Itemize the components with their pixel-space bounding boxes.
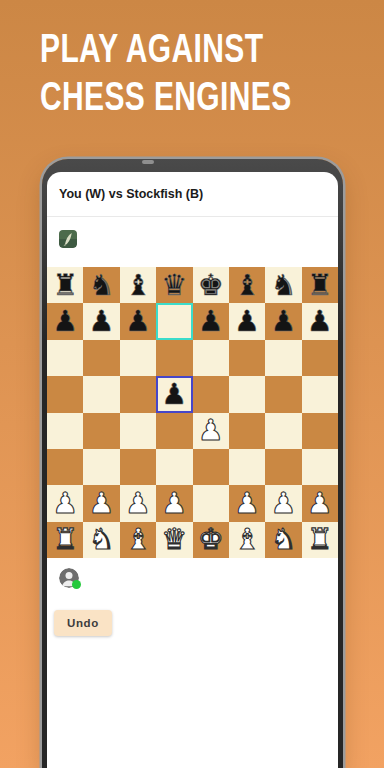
white-pawn[interactable]: ♟ — [52, 489, 78, 518]
square-f7[interactable]: ♟ — [229, 303, 265, 339]
square-b3[interactable] — [83, 449, 119, 485]
square-e6[interactable] — [193, 340, 229, 376]
square-h4[interactable] — [302, 413, 338, 449]
square-g4[interactable] — [265, 413, 301, 449]
square-h1[interactable]: ♜ — [302, 522, 338, 558]
square-b7[interactable]: ♟ — [83, 303, 119, 339]
square-b2[interactable]: ♟ — [83, 485, 119, 521]
square-e5[interactable] — [193, 376, 229, 412]
square-f1[interactable]: ♝ — [229, 522, 265, 558]
square-a4[interactable] — [47, 413, 83, 449]
white-knight[interactable]: ♞ — [270, 525, 296, 554]
black-rook[interactable]: ♜ — [307, 271, 333, 300]
square-d2[interactable]: ♟ — [156, 485, 192, 521]
square-a7[interactable]: ♟ — [47, 303, 83, 339]
promo-title-line1: PLAY AGAINST — [40, 24, 292, 72]
black-pawn[interactable]: ♟ — [52, 307, 78, 336]
white-pawn[interactable]: ♟ — [270, 489, 296, 518]
square-g8[interactable]: ♞ — [265, 267, 301, 303]
square-g7[interactable]: ♟ — [265, 303, 301, 339]
white-queen[interactable]: ♛ — [161, 525, 187, 554]
square-c6[interactable] — [120, 340, 156, 376]
black-pawn[interactable]: ♟ — [89, 307, 115, 336]
square-a6[interactable] — [47, 340, 83, 376]
black-queen[interactable]: ♛ — [161, 271, 187, 300]
square-b8[interactable]: ♞ — [83, 267, 119, 303]
white-bishop[interactable]: ♝ — [125, 525, 151, 554]
square-a2[interactable]: ♟ — [47, 485, 83, 521]
white-pawn[interactable]: ♟ — [89, 489, 115, 518]
square-b4[interactable] — [83, 413, 119, 449]
square-a8[interactable]: ♜ — [47, 267, 83, 303]
square-c4[interactable] — [120, 413, 156, 449]
game-title: You (W) vs Stockfish (B) — [47, 172, 338, 216]
square-d7[interactable] — [156, 303, 192, 339]
square-g3[interactable] — [265, 449, 301, 485]
white-rook[interactable]: ♜ — [307, 525, 333, 554]
square-h8[interactable]: ♜ — [302, 267, 338, 303]
square-g2[interactable]: ♟ — [265, 485, 301, 521]
white-bishop[interactable]: ♝ — [234, 525, 260, 554]
square-g5[interactable] — [265, 376, 301, 412]
square-h7[interactable]: ♟ — [302, 303, 338, 339]
black-pawn[interactable]: ♟ — [125, 307, 151, 336]
white-pawn[interactable]: ♟ — [125, 489, 151, 518]
square-e3[interactable] — [193, 449, 229, 485]
promo-title: PLAY AGAINSTCHESS ENGINES — [40, 24, 375, 120]
white-king[interactable]: ♚ — [198, 525, 224, 554]
square-b5[interactable] — [83, 376, 119, 412]
user-avatar — [59, 568, 79, 588]
black-pawn[interactable]: ♟ — [270, 307, 296, 336]
black-pawn[interactable]: ♟ — [234, 307, 260, 336]
black-knight[interactable]: ♞ — [89, 271, 115, 300]
square-e2[interactable] — [193, 485, 229, 521]
square-f4[interactable] — [229, 413, 265, 449]
white-pawn[interactable]: ♟ — [198, 416, 224, 445]
phone-speaker — [142, 160, 154, 164]
square-f8[interactable]: ♝ — [229, 267, 265, 303]
square-e7[interactable]: ♟ — [193, 303, 229, 339]
square-a3[interactable] — [47, 449, 83, 485]
black-knight[interactable]: ♞ — [270, 271, 296, 300]
square-f3[interactable] — [229, 449, 265, 485]
square-e4[interactable]: ♟ — [193, 413, 229, 449]
black-bishop[interactable]: ♝ — [234, 271, 260, 300]
black-king[interactable]: ♚ — [198, 271, 224, 300]
white-pawn[interactable]: ♟ — [307, 489, 333, 518]
black-bishop[interactable]: ♝ — [125, 271, 151, 300]
chess-board[interactable]: ♜♞♝♛♚♝♞♜♟♟♟♟♟♟♟♟♟♟♟♟♟♟♟♟♜♞♝♛♚♝♞♜ — [47, 267, 338, 558]
square-d6[interactable] — [156, 340, 192, 376]
square-d5[interactable]: ♟ — [156, 376, 192, 412]
stockfish-logo-icon — [59, 230, 77, 248]
online-status-dot — [72, 580, 81, 589]
square-d3[interactable] — [156, 449, 192, 485]
square-c1[interactable]: ♝ — [120, 522, 156, 558]
square-c3[interactable] — [120, 449, 156, 485]
phone-screen: You (W) vs Stockfish (B) ♜♞♝♛♚♝♞♜♟♟♟♟♟♟♟… — [47, 172, 338, 768]
square-h5[interactable] — [302, 376, 338, 412]
square-e1[interactable]: ♚ — [193, 522, 229, 558]
square-g6[interactable] — [265, 340, 301, 376]
square-d4[interactable] — [156, 413, 192, 449]
square-a1[interactable]: ♜ — [47, 522, 83, 558]
square-c8[interactable]: ♝ — [120, 267, 156, 303]
square-f5[interactable] — [229, 376, 265, 412]
black-pawn[interactable]: ♟ — [161, 380, 187, 409]
promo-hero: PLAY AGAINSTCHESS ENGINES — [40, 24, 375, 120]
square-g1[interactable]: ♞ — [265, 522, 301, 558]
white-rook[interactable]: ♜ — [52, 525, 78, 554]
square-a5[interactable] — [47, 376, 83, 412]
black-pawn[interactable]: ♟ — [198, 307, 224, 336]
header-divider — [47, 216, 338, 217]
square-d8[interactable]: ♛ — [156, 267, 192, 303]
promo-title-line2: CHESS ENGINES — [40, 72, 292, 120]
square-c2[interactable]: ♟ — [120, 485, 156, 521]
square-f2[interactable]: ♟ — [229, 485, 265, 521]
square-f6[interactable] — [229, 340, 265, 376]
square-c5[interactable] — [120, 376, 156, 412]
phone-mockup: You (W) vs Stockfish (B) ♜♞♝♛♚♝♞♜♟♟♟♟♟♟♟… — [42, 159, 343, 768]
white-pawn[interactable]: ♟ — [161, 489, 187, 518]
square-h2[interactable]: ♟ — [302, 485, 338, 521]
square-e8[interactable]: ♚ — [193, 267, 229, 303]
square-c7[interactable]: ♟ — [120, 303, 156, 339]
black-rook[interactable]: ♜ — [52, 271, 78, 300]
square-h3[interactable] — [302, 449, 338, 485]
white-knight[interactable]: ♞ — [89, 525, 115, 554]
undo-button[interactable]: Undo — [54, 610, 112, 636]
white-pawn[interactable]: ♟ — [234, 489, 260, 518]
square-b1[interactable]: ♞ — [83, 522, 119, 558]
black-pawn[interactable]: ♟ — [307, 307, 333, 336]
square-d1[interactable]: ♛ — [156, 522, 192, 558]
square-h6[interactable] — [302, 340, 338, 376]
square-b6[interactable] — [83, 340, 119, 376]
